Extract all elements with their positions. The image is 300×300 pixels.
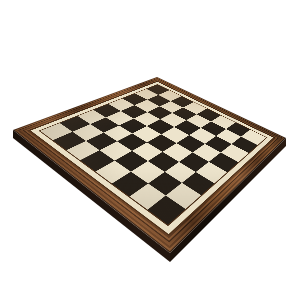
chessboard [13, 77, 286, 253]
playing-field [39, 84, 268, 226]
product-photo-stage [0, 0, 300, 300]
